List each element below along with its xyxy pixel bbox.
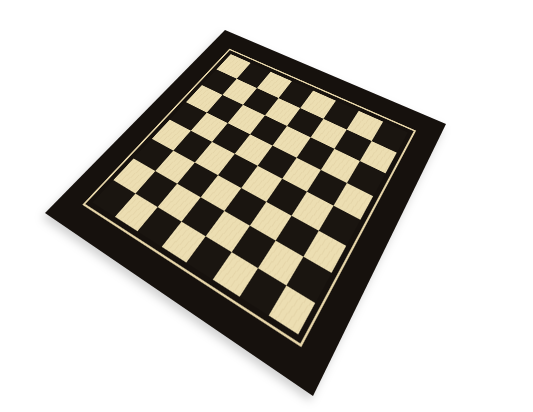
board-grid (93, 54, 408, 334)
board-shadow (0, 0, 533, 412)
product-photo-background (0, 0, 533, 412)
chess-board (45, 30, 446, 396)
